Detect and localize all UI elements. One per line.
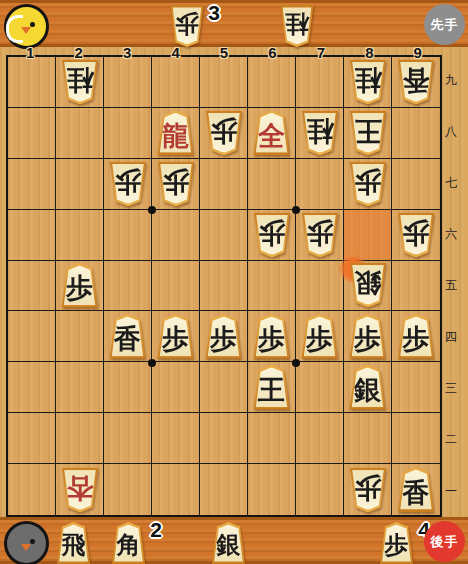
board-square-3六[interactable] (104, 210, 152, 261)
sente-piece-桂[interactable]: 桂 (348, 59, 388, 104)
board-square-8一[interactable]: 歩 (344, 464, 392, 515)
board-square-1六[interactable] (8, 210, 56, 261)
board-square-5二[interactable] (200, 413, 248, 464)
file-label-2: 2 (54, 44, 102, 61)
board-square-1八[interactable] (8, 108, 56, 159)
gote-piece-全[interactable]: 全 (252, 110, 292, 155)
piece-glyph: 歩 (306, 219, 333, 250)
file-label-9: 9 (394, 44, 442, 61)
piece-glyph: 桂 (354, 66, 381, 97)
sente-piece-歩[interactable]: 歩 (108, 161, 148, 206)
board-square-5九[interactable] (200, 57, 248, 108)
board-square-9六[interactable]: 歩 (392, 210, 440, 261)
sente-piece-歩[interactable]: 歩 (396, 212, 436, 257)
board-square-5三[interactable] (200, 362, 248, 413)
board-square-4一[interactable] (152, 464, 200, 515)
piece-glyph: 歩 (385, 529, 409, 557)
sente-piece-歩[interactable]: 歩 (252, 212, 292, 257)
gote-piece-香[interactable]: 香 (108, 314, 148, 359)
piece-glyph: 桂 (66, 66, 93, 97)
board-square-8四[interactable]: 歩 (344, 311, 392, 362)
board-square-8八[interactable]: 王 (344, 108, 392, 159)
board-square-1七[interactable] (8, 159, 56, 210)
piece-glyph: 銀 (217, 529, 241, 557)
board-square-3五[interactable] (104, 261, 152, 312)
piece-glyph: 歩 (354, 168, 381, 199)
top-hand-歩[interactable]: 歩3 (168, 5, 205, 47)
sente-piece-桂[interactable]: 桂 (300, 110, 340, 155)
bottom-hand-銀[interactable]: 銀 (210, 522, 247, 564)
piece-glyph: 香 (403, 66, 430, 97)
board-square-2一[interactable]: 杏 (56, 464, 104, 515)
rank-label: 七 (443, 158, 465, 209)
gote-piece-飛[interactable]: 飛 (55, 522, 92, 564)
gote-piece-龍[interactable]: 龍 (156, 110, 196, 155)
board-square-5五[interactable] (200, 261, 248, 312)
gote-piece-歩[interactable]: 歩 (60, 263, 100, 308)
piece-glyph: 歩 (403, 321, 430, 352)
top-hand-tray: 歩3桂 先手 (0, 0, 468, 47)
board-square-7八[interactable]: 桂 (296, 108, 344, 159)
bottom-hand-tray: 飛角2銀歩4 後手 (0, 517, 468, 564)
board-square-7五[interactable] (296, 261, 344, 312)
sente-piece-香[interactable]: 香 (396, 59, 436, 104)
board-square-7一[interactable] (296, 464, 344, 515)
board-square-5六[interactable] (200, 210, 248, 261)
board-square-6六[interactable]: 歩 (248, 210, 296, 261)
board-square-2三[interactable] (56, 362, 104, 413)
board-square-3一[interactable] (104, 464, 152, 515)
board-square-4六[interactable] (152, 210, 200, 261)
board-square-7六[interactable]: 歩 (296, 210, 344, 261)
gote-piece-歩[interactable]: 歩 (378, 522, 415, 564)
board-square-4七[interactable]: 歩 (152, 159, 200, 210)
board-square-2五[interactable]: 歩 (56, 261, 104, 312)
sente-piece-歩[interactable]: 歩 (348, 467, 388, 512)
piece-glyph: 王 (354, 117, 381, 148)
piece-glyph: 桂 (306, 117, 333, 148)
piece-glyph: 角 (117, 529, 141, 557)
piece-glyph: 歩 (66, 270, 93, 301)
board-square-3八[interactable] (104, 108, 152, 159)
board-square-6一[interactable] (248, 464, 296, 515)
piece-glyph: 歩 (403, 219, 430, 250)
file-label-5: 5 (200, 44, 248, 61)
piece-glyph: 桂 (285, 12, 309, 40)
file-label-4: 4 (151, 44, 199, 61)
board-square-3四[interactable]: 香 (104, 311, 152, 362)
piece-glyph: 歩 (162, 168, 189, 199)
piece-glyph: 銀 (354, 270, 381, 301)
board-square-6九[interactable] (248, 57, 296, 108)
board-square-9八[interactable] (392, 108, 440, 159)
sente-piece-桂[interactable]: 桂 (278, 5, 315, 47)
rank-label: 九 (443, 55, 465, 106)
piece-glyph: 歩 (354, 321, 381, 352)
board-square-1三[interactable] (8, 362, 56, 413)
board-square-1二[interactable] (8, 413, 56, 464)
sente-piece-歩[interactable]: 歩 (348, 161, 388, 206)
board-square-5七[interactable] (200, 159, 248, 210)
shogi-board: 桂桂香龍歩全桂王歩歩歩歩歩歩歩銀香歩歩歩歩歩歩王銀杏歩香 (6, 55, 442, 517)
piece-glyph: 歩 (258, 321, 285, 352)
piece-glyph: 王 (258, 372, 285, 403)
board-square-8二[interactable] (344, 413, 392, 464)
rank-coordinate-labels: 九八七六五四三二一 (443, 55, 465, 517)
sente-piece-歩[interactable]: 歩 (300, 212, 340, 257)
rank-label: 五 (443, 260, 465, 311)
board-square-4二[interactable] (152, 413, 200, 464)
chick-beak-icon (21, 544, 31, 551)
rank-label: 一 (443, 466, 465, 517)
gote-piece-歩[interactable]: 歩 (204, 314, 244, 359)
piece-glyph: 歩 (162, 321, 189, 352)
rank-label: 四 (443, 312, 465, 363)
piece-glyph: 全 (258, 117, 285, 148)
rank-label: 八 (443, 106, 465, 157)
sente-piece-歩[interactable]: 歩 (204, 110, 244, 155)
board-square-2六[interactable] (56, 210, 104, 261)
board-square-6五[interactable] (248, 261, 296, 312)
board-square-6七[interactable] (248, 159, 296, 210)
board-square-8六[interactable] (344, 210, 392, 261)
board-square-2四[interactable] (56, 311, 104, 362)
board-square-3七[interactable]: 歩 (104, 159, 152, 210)
rank-label: 三 (443, 363, 465, 414)
board-square-9四[interactable]: 歩 (392, 311, 440, 362)
board-square-7七[interactable] (296, 159, 344, 210)
sente-piece-桂[interactable]: 桂 (60, 59, 100, 104)
piece-glyph: 歩 (114, 168, 141, 199)
file-label-7: 7 (297, 44, 345, 61)
gote-badge: 後手 (424, 521, 465, 562)
board-square-2八[interactable] (56, 108, 104, 159)
piece-glyph: 歩 (258, 219, 285, 250)
sente-piece-王[interactable]: 王 (348, 110, 388, 155)
board-square-4五[interactable] (152, 261, 200, 312)
board-square-4八[interactable]: 龍 (152, 108, 200, 159)
piece-glyph: 歩 (354, 474, 381, 505)
file-label-1: 1 (6, 44, 54, 61)
board-square-3三[interactable] (104, 362, 152, 413)
board-square-5四[interactable]: 歩 (200, 311, 248, 362)
piece-glyph: 香 (114, 321, 141, 352)
board-square-9二[interactable] (392, 413, 440, 464)
gote-piece-角[interactable]: 角 (110, 522, 147, 564)
top-hand-桂[interactable]: 桂 (278, 5, 315, 47)
piece-glyph: 龍 (162, 117, 189, 148)
sente-piece-歩[interactable]: 歩 (168, 5, 205, 47)
hand-piece-count: 2 (150, 518, 162, 542)
piece-glyph: 銀 (354, 372, 381, 403)
board-square-5一[interactable] (200, 464, 248, 515)
gote-piece-歩[interactable]: 歩 (156, 314, 196, 359)
board-square-1九[interactable] (8, 57, 56, 108)
board-square-4九[interactable] (152, 57, 200, 108)
gote-piece-歩[interactable]: 歩 (252, 314, 292, 359)
board-square-2九[interactable]: 桂 (56, 57, 104, 108)
gote-piece-銀[interactable]: 銀 (210, 522, 247, 564)
file-label-6: 6 (248, 44, 296, 61)
board-square-3九[interactable] (104, 57, 152, 108)
shogi-app: 歩3桂 先手 123456789 九八七六五四三二一 桂桂香龍歩全桂王歩歩歩歩歩… (0, 0, 468, 564)
board-square-4四[interactable]: 歩 (152, 311, 200, 362)
chick-beak-icon (21, 27, 31, 34)
bottom-hand-飛[interactable]: 飛 (55, 522, 92, 564)
hand-piece-count: 3 (208, 1, 220, 25)
piece-glyph: 歩 (210, 321, 237, 352)
board-square-5八[interactable]: 歩 (200, 108, 248, 159)
board-square-7九[interactable] (296, 57, 344, 108)
sente-piece-銀[interactable]: 銀 (348, 263, 388, 308)
board-square-9三[interactable] (392, 362, 440, 413)
piece-glyph: 歩 (175, 12, 199, 40)
board-square-4三[interactable] (152, 362, 200, 413)
sente-piece-歩[interactable]: 歩 (156, 161, 196, 206)
board-square-9九[interactable]: 香 (392, 57, 440, 108)
sente-piece-杏[interactable]: 杏 (60, 467, 100, 512)
board-square-1一[interactable] (8, 464, 56, 515)
board-square-3二[interactable] (104, 413, 152, 464)
rank-label: 二 (443, 414, 465, 465)
board-square-8九[interactable]: 桂 (344, 57, 392, 108)
board-square-9一[interactable]: 香 (392, 464, 440, 515)
file-coordinate-labels: 123456789 (6, 44, 442, 61)
piece-glyph: 歩 (306, 321, 333, 352)
board-square-6三[interactable]: 王 (248, 362, 296, 413)
bottom-hand-歩[interactable]: 歩4 (378, 522, 415, 564)
board-square-2二[interactable] (56, 413, 104, 464)
piece-glyph: 香 (403, 474, 430, 505)
board-square-8三[interactable]: 銀 (344, 362, 392, 413)
board-square-7二[interactable] (296, 413, 344, 464)
board-square-1四[interactable] (8, 311, 56, 362)
gote-piece-歩[interactable]: 歩 (300, 314, 340, 359)
gote-piece-銀[interactable]: 銀 (348, 365, 388, 410)
board-square-8五[interactable]: 銀 (344, 261, 392, 312)
top-player-avatar-chick (4, 4, 49, 49)
board-square-1五[interactable] (8, 261, 56, 312)
board-square-2七[interactable] (56, 159, 104, 210)
board-square-7四[interactable]: 歩 (296, 311, 344, 362)
board-square-6四[interactable]: 歩 (248, 311, 296, 362)
gote-piece-香[interactable]: 香 (396, 467, 436, 512)
board-square-6二[interactable] (248, 413, 296, 464)
bottom-hand-角[interactable]: 角2 (110, 522, 147, 564)
bottom-player-avatar-chick (4, 521, 49, 564)
gote-piece-歩[interactable]: 歩 (348, 314, 388, 359)
piece-glyph: 歩 (210, 117, 237, 148)
piece-glyph: 飛 (62, 529, 86, 557)
rank-label: 六 (443, 209, 465, 260)
board-square-6八[interactable]: 全 (248, 108, 296, 159)
board-square-8七[interactable]: 歩 (344, 159, 392, 210)
piece-glyph: 杏 (66, 474, 93, 505)
gote-piece-王[interactable]: 王 (252, 365, 292, 410)
gote-piece-歩[interactable]: 歩 (396, 314, 436, 359)
file-label-8: 8 (345, 44, 393, 61)
board-square-9五[interactable] (392, 261, 440, 312)
file-label-3: 3 (103, 44, 151, 61)
sente-badge: 先手 (424, 4, 465, 45)
board-square-9七[interactable] (392, 159, 440, 210)
board-square-7三[interactable] (296, 362, 344, 413)
